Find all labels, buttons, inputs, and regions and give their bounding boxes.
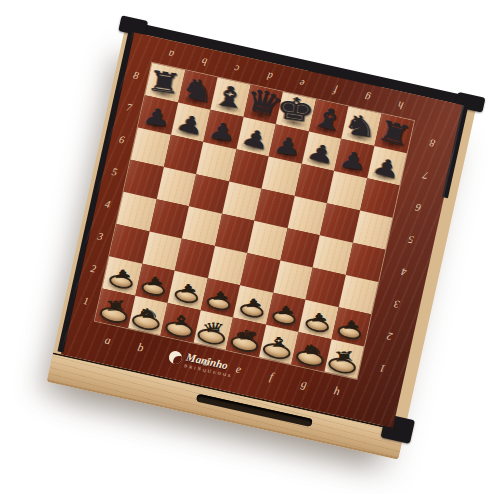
- piece-glyph: ♟: [337, 147, 369, 174]
- rank-label-2: 2: [364, 314, 416, 356]
- rank-label-1: 1: [357, 347, 409, 389]
- square-h1[interactable]: ♜: [324, 339, 364, 378]
- piece-glyph: ♜: [103, 298, 128, 312]
- rank-label-5: 5: [385, 218, 437, 260]
- brand-logo: Maninho BRINQUEDOS: [167, 348, 235, 379]
- piece-glyph: ♟: [243, 297, 264, 308]
- piece-glyph: ♟: [370, 153, 404, 182]
- piece-glyph: ♞: [299, 342, 324, 356]
- piece-glyph: ♜: [332, 349, 357, 363]
- chess-box: ♜♞♝♛♚♝♞♜♟♟♟♟♟♟♟♟♟♟♟♟♟♟♟♟♜♞♝♛♚♝♞♜ 8765432…: [47, 24, 478, 459]
- piece-glyph: ♝: [267, 335, 292, 349]
- brand-logo-icon: [168, 350, 184, 366]
- piece-glyph: ♟: [141, 104, 173, 131]
- piece-glyph: ♟: [174, 110, 208, 139]
- piece-glyph: ♟: [272, 133, 304, 160]
- piece-glyph: ♜: [374, 115, 415, 151]
- piece-glyph: ♟: [112, 268, 133, 279]
- page-background: ♜♞♝♛♚♝♞♜♟♟♟♟♟♟♟♟♟♟♟♟♟♟♟♟♜♞♝♛♚♝♞♜ 8765432…: [0, 0, 500, 494]
- piece-glyph: ♟: [308, 311, 329, 322]
- rank-label-6: 6: [392, 185, 444, 227]
- rank-label-4: 4: [378, 250, 430, 292]
- piece-glyph: ♟: [206, 118, 238, 145]
- piece-glyph: ♞: [136, 306, 161, 320]
- piece-glyph: ♟: [239, 124, 273, 153]
- white-rook-h1[interactable]: ♜: [324, 339, 364, 378]
- piece-glyph: ♚: [234, 327, 259, 341]
- rank-label-3: 3: [371, 282, 423, 324]
- piece-glyph: ♞: [341, 109, 380, 142]
- piece-glyph: ♟: [276, 304, 297, 315]
- piece-glyph: ♟: [305, 139, 339, 168]
- right-edge-trim: [442, 103, 469, 198]
- piece-glyph: ♟: [145, 275, 166, 286]
- piece-glyph: ♟: [210, 290, 231, 301]
- piece-glyph: ♜: [145, 66, 184, 99]
- piece-glyph: ♟: [341, 319, 362, 330]
- piece-glyph: ♝: [168, 313, 193, 327]
- piece-glyph: ♟: [178, 282, 199, 293]
- piece-glyph: ♛: [201, 320, 226, 334]
- board-field: ♜♞♝♛♚♝♞♜♟♟♟♟♟♟♟♟♟♟♟♟♟♟♟♟♜♞♝♛♚♝♞♜: [95, 63, 414, 379]
